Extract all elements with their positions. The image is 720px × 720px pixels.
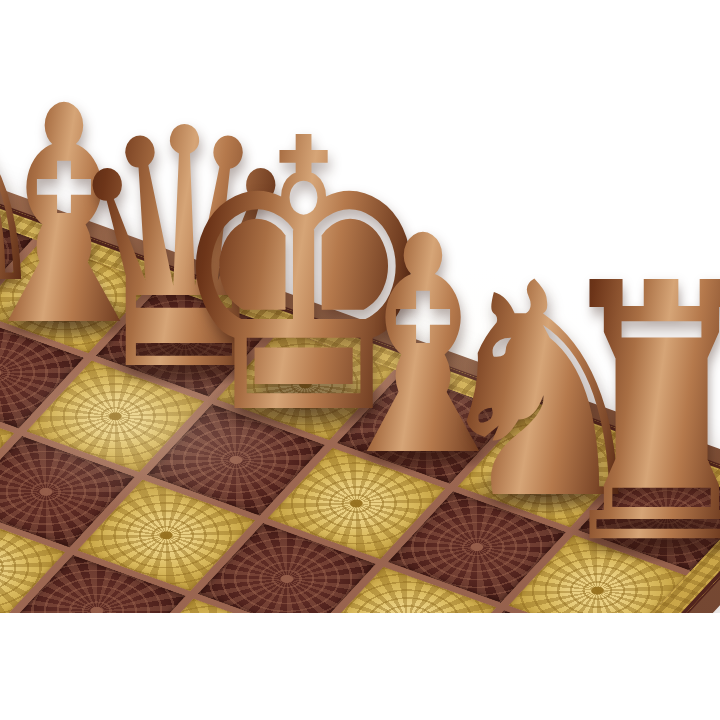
- photo-crop-strip: [0, 613, 720, 720]
- product-photo-canvas: ♞♝♛♚♝♞♜: [0, 0, 720, 720]
- piece-h1-rook[interactable]: ♜: [534, 238, 720, 593]
